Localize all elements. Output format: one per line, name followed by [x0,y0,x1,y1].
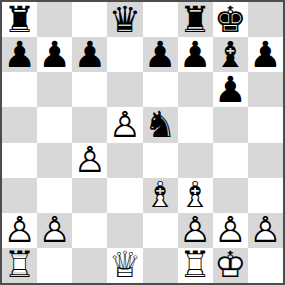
piece-fill-layer: ♜ [178,248,213,283]
square-g4[interactable] [213,143,248,178]
square-c1[interactable] [72,248,107,283]
piece-glyph: ♝ [213,37,248,72]
square-g6[interactable]: ♟ [213,72,248,107]
piece-white-bishop: ♝♗ [143,178,178,213]
square-h2[interactable]: ♟♙ [248,213,283,248]
piece-glyph: ♟ [213,72,248,107]
square-a5[interactable] [2,107,37,142]
piece-outline-layer: ♖ [178,248,213,283]
square-f7[interactable]: ♟ [178,37,213,72]
square-d5[interactable]: ♟♙ [107,107,142,142]
square-d1[interactable]: ♛♕ [107,248,142,283]
square-h5[interactable] [248,107,283,142]
piece-black-pawn: ♟ [178,37,213,72]
square-e8[interactable] [143,2,178,37]
piece-black-pawn: ♟ [248,37,283,72]
square-f5[interactable] [178,107,213,142]
square-c8[interactable] [72,2,107,37]
piece-fill-layer: ♟ [2,213,37,248]
piece-white-pawn: ♟♙ [2,213,37,248]
square-f3[interactable]: ♝♗ [178,178,213,213]
square-c7[interactable]: ♟ [72,37,107,72]
square-e5[interactable]: ♞ [143,107,178,142]
piece-black-bishop: ♝ [213,37,248,72]
piece-black-pawn: ♟ [37,37,72,72]
square-b2[interactable]: ♟♙ [37,213,72,248]
square-f6[interactable] [178,72,213,107]
square-g2[interactable]: ♟♙ [213,213,248,248]
piece-fill-layer: ♟ [72,143,107,178]
square-h7[interactable]: ♟ [248,37,283,72]
piece-fill-layer: ♜ [2,248,37,283]
square-d8[interactable]: ♛ [107,2,142,37]
square-e7[interactable]: ♟ [143,37,178,72]
piece-outline-layer: ♙ [107,107,142,142]
square-e2[interactable] [143,213,178,248]
piece-white-bishop: ♝♗ [178,178,213,213]
piece-fill-layer: ♛ [107,248,142,283]
square-h3[interactable] [248,178,283,213]
piece-fill-layer: ♝ [143,178,178,213]
piece-black-pawn: ♟ [213,72,248,107]
piece-outline-layer: ♙ [248,213,283,248]
square-d4[interactable] [107,143,142,178]
chess-board-frame: ♜♛♜♚♟♟♟♟♟♝♟♟♟♙♞♟♙♝♗♝♗♟♙♟♙♟♙♟♙♟♙♜♖♛♕♜♖♚♔ [0,0,285,285]
piece-glyph: ♟ [178,37,213,72]
square-g3[interactable] [213,178,248,213]
piece-outline-layer: ♔ [213,248,248,283]
piece-fill-layer: ♚ [213,248,248,283]
square-d3[interactable] [107,178,142,213]
piece-outline-layer: ♙ [37,213,72,248]
square-a4[interactable] [2,143,37,178]
square-c6[interactable] [72,72,107,107]
piece-fill-layer: ♟ [213,213,248,248]
piece-white-king: ♚♔ [213,248,248,283]
piece-outline-layer: ♙ [72,143,107,178]
square-g7[interactable]: ♝ [213,37,248,72]
piece-white-pawn: ♟♙ [72,143,107,178]
piece-fill-layer: ♟ [248,213,283,248]
square-b8[interactable] [37,2,72,37]
piece-white-pawn: ♟♙ [37,213,72,248]
piece-glyph: ♞ [143,107,178,142]
square-c2[interactable] [72,213,107,248]
square-e3[interactable]: ♝♗ [143,178,178,213]
square-c3[interactable] [72,178,107,213]
piece-black-knight: ♞ [143,107,178,142]
piece-white-pawn: ♟♙ [178,213,213,248]
chess-board: ♜♛♜♚♟♟♟♟♟♝♟♟♟♙♞♟♙♝♗♝♗♟♙♟♙♟♙♟♙♟♙♜♖♛♕♜♖♚♔ [2,2,283,283]
piece-black-rook: ♜ [178,2,213,37]
piece-black-king: ♚ [213,2,248,37]
square-b4[interactable] [37,143,72,178]
square-d7[interactable] [107,37,142,72]
piece-glyph: ♜ [2,2,37,37]
piece-outline-layer: ♙ [213,213,248,248]
square-d6[interactable] [107,72,142,107]
piece-fill-layer: ♟ [178,213,213,248]
piece-white-pawn: ♟♙ [107,107,142,142]
square-f4[interactable] [178,143,213,178]
piece-fill-layer: ♟ [37,213,72,248]
square-f8[interactable]: ♜ [178,2,213,37]
square-b3[interactable] [37,178,72,213]
piece-white-rook: ♜♖ [2,248,37,283]
piece-outline-layer: ♙ [2,213,37,248]
piece-glyph: ♛ [107,2,142,37]
square-g5[interactable] [213,107,248,142]
piece-white-pawn: ♟♙ [213,213,248,248]
square-f2[interactable]: ♟♙ [178,213,213,248]
square-h6[interactable] [248,72,283,107]
square-c5[interactable] [72,107,107,142]
piece-outline-layer: ♙ [178,213,213,248]
piece-glyph: ♟ [72,37,107,72]
piece-glyph: ♟ [37,37,72,72]
square-d2[interactable] [107,213,142,248]
square-a3[interactable] [2,178,37,213]
square-h8[interactable] [248,2,283,37]
piece-black-pawn: ♟ [72,37,107,72]
piece-fill-layer: ♝ [178,178,213,213]
square-h4[interactable] [248,143,283,178]
square-h1[interactable] [248,248,283,283]
square-a2[interactable]: ♟♙ [2,213,37,248]
piece-outline-layer: ♕ [107,248,142,283]
piece-glyph: ♟ [2,37,37,72]
square-a1[interactable]: ♜♖ [2,248,37,283]
square-a8[interactable]: ♜ [2,2,37,37]
piece-fill-layer: ♟ [107,107,142,142]
piece-white-rook: ♜♖ [178,248,213,283]
piece-glyph: ♚ [213,2,248,37]
square-g8[interactable]: ♚ [213,2,248,37]
piece-glyph: ♜ [178,2,213,37]
square-e6[interactable] [143,72,178,107]
square-c4[interactable]: ♟♙ [72,143,107,178]
piece-outline-layer: ♗ [178,178,213,213]
piece-glyph: ♟ [248,37,283,72]
square-b1[interactable] [37,248,72,283]
square-g1[interactable]: ♚♔ [213,248,248,283]
square-b6[interactable] [37,72,72,107]
piece-black-rook: ♜ [2,2,37,37]
square-e1[interactable] [143,248,178,283]
square-b5[interactable] [37,107,72,142]
piece-glyph: ♟ [143,37,178,72]
piece-black-pawn: ♟ [143,37,178,72]
piece-outline-layer: ♗ [143,178,178,213]
square-b7[interactable]: ♟ [37,37,72,72]
piece-black-pawn: ♟ [2,37,37,72]
piece-black-queen: ♛ [107,2,142,37]
square-a7[interactable]: ♟ [2,37,37,72]
square-f1[interactable]: ♜♖ [178,248,213,283]
piece-white-queen: ♛♕ [107,248,142,283]
piece-white-pawn: ♟♙ [248,213,283,248]
square-e4[interactable] [143,143,178,178]
piece-outline-layer: ♖ [2,248,37,283]
square-a6[interactable] [2,72,37,107]
